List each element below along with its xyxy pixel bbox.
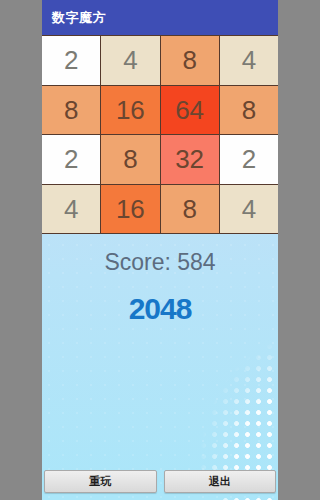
tile-r4c4: 4 (220, 185, 278, 234)
tile-r3c3: 32 (161, 135, 219, 184)
tile-r3c2: 8 (101, 135, 159, 184)
button-row: 重玩 退出 (42, 470, 278, 493)
score-text: Score: 584 (104, 249, 215, 275)
tile-r2c3: 64 (161, 86, 219, 135)
game-board-2048[interactable]: 24848166482832241684 (42, 35, 278, 234)
tile-r4c3: 8 (161, 185, 219, 234)
tile-r1c3: 8 (161, 36, 219, 85)
tile-r2c4: 8 (220, 86, 278, 135)
game-logo-2048: 2048 (42, 292, 278, 326)
exit-button[interactable]: 退出 (164, 470, 277, 493)
tile-r2c2: 16 (101, 86, 159, 135)
app-screen: 数字魔方 24848166482832241684 Score: 584 204… (42, 0, 278, 500)
app-title: 数字魔方 (52, 9, 106, 27)
tile-r1c2: 4 (101, 36, 159, 85)
tile-r3c4: 2 (220, 135, 278, 184)
tile-r1c4: 4 (220, 36, 278, 85)
tile-r4c1: 4 (42, 185, 100, 234)
title-bar: 数字魔方 (42, 0, 278, 35)
tile-r1c1: 2 (42, 36, 100, 85)
score-display: Score: 584 (42, 249, 278, 276)
tile-r2c1: 8 (42, 86, 100, 135)
tile-r3c1: 2 (42, 135, 100, 184)
replay-button[interactable]: 重玩 (44, 470, 157, 493)
tile-r4c2: 16 (101, 185, 159, 234)
